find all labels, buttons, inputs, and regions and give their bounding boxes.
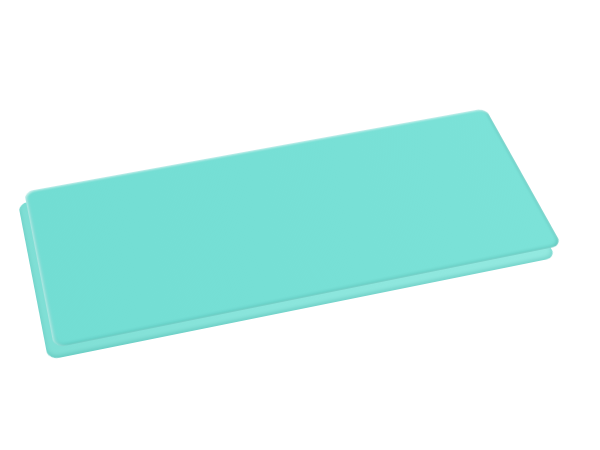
mold-top-layer [0, 0, 600, 450]
product-photo [0, 0, 600, 450]
mold-body [24, 108, 562, 348]
